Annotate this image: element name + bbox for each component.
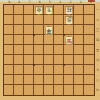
- star-point: [63, 34, 65, 36]
- board-cell-8i[interactable]: [14, 85, 24, 95]
- board-cell-2b[interactable]: [74, 15, 84, 25]
- piece-kanji: 金: [36, 7, 41, 13]
- sente-promoted-bishop-3d[interactable]: 馬: [65, 36, 73, 45]
- board-cell-5g[interactable]: [44, 65, 54, 75]
- rank-label-3: 三: [95, 25, 100, 35]
- board-cell-6e[interactable]: [34, 45, 44, 55]
- board-cell-4h[interactable]: [54, 75, 64, 85]
- board-cell-2f[interactable]: [74, 55, 84, 65]
- rank-label-5: 五: [95, 45, 100, 55]
- piece-kanji: 金: [46, 27, 51, 33]
- board-cell-9b[interactable]: [4, 15, 14, 25]
- board-cell-6d[interactable]: [34, 35, 44, 45]
- gote-gold-6a[interactable]: 金: [35, 6, 43, 15]
- board-cell-3e[interactable]: [64, 45, 74, 55]
- board-cell-7h[interactable]: [24, 75, 34, 85]
- board-cell-8g[interactable]: [14, 65, 24, 75]
- board-cell-6g[interactable]: [34, 65, 44, 75]
- board-cell-2d[interactable]: [74, 35, 84, 45]
- board-cell-9e[interactable]: [4, 45, 14, 55]
- board-cell-3g[interactable]: [64, 65, 74, 75]
- board-cell-7a[interactable]: [24, 5, 34, 15]
- board-cell-7b[interactable]: [24, 15, 34, 25]
- board-cell-8e[interactable]: [14, 45, 24, 55]
- board-cell-5e[interactable]: [44, 45, 54, 55]
- board-cell-4a[interactable]: [54, 5, 64, 15]
- board-cell-1f[interactable]: [84, 55, 94, 65]
- rank-label-8: 八: [95, 75, 100, 85]
- board-cell-5i[interactable]: [44, 85, 54, 95]
- board-cell-1g[interactable]: [84, 65, 94, 75]
- star-point: [33, 64, 35, 66]
- board-cell-7e[interactable]: [24, 45, 34, 55]
- star-point: [63, 64, 65, 66]
- board-cell-2i[interactable]: [74, 85, 84, 95]
- board-cell-7i[interactable]: [24, 85, 34, 95]
- board-cell-2g[interactable]: [74, 65, 84, 75]
- board-cell-9a[interactable]: [4, 5, 14, 15]
- rank-coordinate-labels: 一二三四五六七八九: [95, 5, 100, 95]
- board-cell-4i[interactable]: [54, 85, 64, 95]
- board-cell-4g[interactable]: [54, 65, 64, 75]
- rank-label-2: 二: [95, 15, 100, 25]
- board-cell-1a[interactable]: [84, 5, 94, 15]
- board-cell-2h[interactable]: [74, 75, 84, 85]
- gote-pawn-3b[interactable]: 歩: [65, 16, 73, 25]
- board-cell-3h[interactable]: [64, 75, 74, 85]
- board-cell-6h[interactable]: [34, 75, 44, 85]
- shogi-board: 金玉桂歩金馬: [3, 4, 95, 96]
- board-cell-5h[interactable]: [44, 75, 54, 85]
- board-cell-9g[interactable]: [4, 65, 14, 75]
- rank-label-6: 六: [95, 55, 100, 65]
- board-cell-8d[interactable]: [14, 35, 24, 45]
- rank-label-9: 九: [95, 85, 100, 95]
- board-cell-1h[interactable]: [84, 75, 94, 85]
- board-cell-9f[interactable]: [4, 55, 14, 65]
- board-cell-6b[interactable]: [34, 15, 44, 25]
- board-cell-4e[interactable]: [54, 45, 64, 55]
- board-cell-5b[interactable]: [44, 15, 54, 25]
- rank-label-4: 四: [95, 35, 100, 45]
- board-cell-3f[interactable]: [64, 55, 74, 65]
- star-point: [33, 34, 35, 36]
- sente-gold-5c[interactable]: 金: [45, 26, 53, 35]
- board-cell-8a[interactable]: [14, 5, 24, 15]
- rank-label-1: 一: [95, 5, 100, 15]
- board-cell-8b[interactable]: [14, 15, 24, 25]
- board-cell-7g[interactable]: [24, 65, 34, 75]
- board-cell-5f[interactable]: [44, 55, 54, 65]
- board-cell-9c[interactable]: [4, 25, 14, 35]
- board-grid: [4, 5, 94, 95]
- board-cell-1b[interactable]: [84, 15, 94, 25]
- board-cell-8c[interactable]: [14, 25, 24, 35]
- board-cell-8f[interactable]: [14, 55, 24, 65]
- board-cell-2e[interactable]: [74, 45, 84, 55]
- rank-label-7: 七: [95, 65, 100, 75]
- board-cell-7d[interactable]: [24, 35, 34, 45]
- board-cell-8h[interactable]: [14, 75, 24, 85]
- gote-king-5a[interactable]: 玉: [45, 6, 53, 15]
- board-cell-4b[interactable]: [54, 15, 64, 25]
- board-cell-1c[interactable]: [84, 25, 94, 35]
- board-cell-6c[interactable]: [34, 25, 44, 35]
- board-cell-4d[interactable]: [54, 35, 64, 45]
- board-cell-3i[interactable]: [64, 85, 74, 95]
- board-cell-5d[interactable]: [44, 35, 54, 45]
- board-cell-1e[interactable]: [84, 45, 94, 55]
- piece-kanji: 歩: [66, 17, 71, 23]
- board-cell-6f[interactable]: [34, 55, 44, 65]
- board-cell-1i[interactable]: [84, 85, 94, 95]
- board-cell-2c[interactable]: [74, 25, 84, 35]
- piece-kanji: 桂: [66, 7, 71, 13]
- piece-kanji: 玉: [46, 7, 51, 13]
- board-cell-6i[interactable]: [34, 85, 44, 95]
- board-cell-2a[interactable]: [74, 5, 84, 15]
- board-cell-9d[interactable]: [4, 35, 14, 45]
- board-cell-9i[interactable]: [4, 85, 14, 95]
- board-cell-1d[interactable]: [84, 35, 94, 45]
- gote-knight-3a[interactable]: 桂: [65, 6, 73, 15]
- board-cell-9h[interactable]: [4, 75, 14, 85]
- piece-kanji: 馬: [66, 37, 71, 43]
- board-cell-3c[interactable]: [64, 25, 74, 35]
